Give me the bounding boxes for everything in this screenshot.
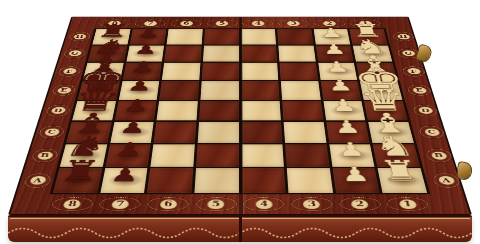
coord-right-D: D <box>412 105 439 117</box>
square-a6 <box>147 168 193 192</box>
coord-left-A: A <box>23 173 53 187</box>
piece-shadow <box>322 66 357 76</box>
coord-right-E: E <box>407 85 433 96</box>
coord-bottom-4: 4 <box>243 197 285 211</box>
square-d3 <box>282 101 323 121</box>
square-d5 <box>199 101 239 121</box>
coordinate-label: A <box>437 176 455 185</box>
coordinate-label: G <box>401 51 415 57</box>
coordinate-label: B <box>36 151 53 159</box>
coordinate-label: 8 <box>108 21 122 26</box>
square-a5 <box>194 168 238 192</box>
square-f3 <box>280 63 318 80</box>
square-c4 <box>241 122 282 143</box>
coordinate-label: D <box>418 107 434 114</box>
square-e6 <box>159 81 199 99</box>
front-edge-seam <box>239 217 242 242</box>
square-c5 <box>198 122 239 143</box>
square-g6 <box>164 45 201 61</box>
coord-right-F: F <box>401 66 426 76</box>
piece-shadow <box>317 32 350 41</box>
coordinate-label: 1 <box>358 21 372 26</box>
piece-shadow <box>123 85 160 95</box>
square-a4 <box>241 168 285 192</box>
piece-shadow <box>119 105 157 116</box>
square-e3 <box>281 81 321 99</box>
piece-shadow <box>327 105 365 116</box>
brass-clasp-lower <box>456 161 473 181</box>
coordinate-label: G <box>68 51 82 57</box>
coordinate-label: F <box>406 68 421 74</box>
square-e5 <box>200 81 238 99</box>
coordinate-label: 6 <box>159 199 177 209</box>
piece-shadow <box>357 49 392 58</box>
chess-board: 8765432187654321ABCDEFGHABCDEFGH ♜♞♝♚♛♝♞… <box>8 17 472 215</box>
coordinate-label: 5 <box>207 199 224 209</box>
piece-shadow <box>65 149 107 162</box>
piece-shadow <box>333 149 374 162</box>
coord-bottom-2: 2 <box>338 197 382 211</box>
coord-top-5: 5 <box>206 20 237 28</box>
piece-shadow <box>110 149 151 162</box>
square-b6 <box>151 144 195 167</box>
coord-left-G: G <box>63 49 87 59</box>
coord-bottom-7: 7 <box>98 197 142 211</box>
piece-shadow <box>71 126 111 138</box>
coord-left-F: F <box>57 66 82 76</box>
square-h4 <box>241 29 276 44</box>
piece-shadow <box>105 174 147 188</box>
coordinate-label: 3 <box>287 21 300 26</box>
coordinate-label: H <box>73 34 87 39</box>
piece-shadow <box>319 49 353 58</box>
coord-left-E: E <box>51 85 77 96</box>
coordinate-label: 4 <box>252 21 265 26</box>
square-b4 <box>241 144 284 167</box>
coordinate-label: F <box>62 68 77 74</box>
coord-right-C: C <box>418 126 446 138</box>
coord-top-6: 6 <box>170 20 202 28</box>
piece-shadow <box>126 66 161 76</box>
piece-shadow <box>92 49 127 58</box>
square-h3 <box>277 29 313 44</box>
square-c3 <box>284 122 327 143</box>
coord-left-D: D <box>45 105 72 117</box>
piece-shadow <box>114 126 153 138</box>
coord-top-1: 1 <box>349 20 382 28</box>
square-e4 <box>241 81 279 99</box>
square-g5 <box>203 45 239 61</box>
coord-bottom-5: 5 <box>195 197 237 211</box>
piece-shadow <box>324 85 361 95</box>
square-h5 <box>204 29 239 44</box>
board-front-edge <box>8 215 472 242</box>
coord-top-3: 3 <box>278 20 310 28</box>
coordinate-label: 3 <box>303 199 321 209</box>
coordinate-label: C <box>44 128 60 135</box>
chess-set-photo: 8765432187654321ABCDEFGHABCDEFGH ♜♞♝♚♛♝♞… <box>0 0 480 244</box>
square-f5 <box>202 63 239 80</box>
coordinate-label: 7 <box>111 199 129 209</box>
coordinate-label: 4 <box>255 199 272 209</box>
piece-shadow <box>377 149 419 162</box>
piece-shadow <box>330 126 369 138</box>
coord-top-8: 8 <box>98 20 131 28</box>
piece-shadow <box>133 32 166 41</box>
coord-bottom-8: 8 <box>50 197 95 211</box>
piece-shadow <box>82 85 119 95</box>
piece-shadow <box>373 126 413 138</box>
coord-bottom-3: 3 <box>291 197 334 211</box>
square-g4 <box>241 45 277 61</box>
coord-left-B: B <box>30 149 59 162</box>
square-f6 <box>162 63 200 80</box>
piece-shadow <box>383 174 426 188</box>
square-f4 <box>241 63 278 80</box>
coordinate-label: 2 <box>351 199 369 209</box>
coord-top-2: 2 <box>314 20 346 28</box>
square-g3 <box>278 45 315 61</box>
square-d4 <box>241 101 281 121</box>
coordinate-label: B <box>430 151 447 159</box>
square-a3 <box>287 168 333 192</box>
coord-right-B: B <box>425 149 454 162</box>
coord-left-C: C <box>38 126 66 138</box>
coord-left-H: H <box>68 32 91 41</box>
square-b5 <box>196 144 239 167</box>
square-d6 <box>157 101 198 121</box>
coordinate-label: 5 <box>216 21 229 26</box>
piece-shadow <box>58 174 101 188</box>
coordinate-label: A <box>29 176 47 185</box>
piece-shadow <box>96 32 130 41</box>
coordinate-label: D <box>50 107 66 114</box>
piece-shadow <box>87 66 123 76</box>
coordinate-label: E <box>412 87 427 93</box>
coordinate-label: 6 <box>180 21 193 26</box>
coordinate-label: E <box>56 87 71 93</box>
coord-top-7: 7 <box>134 20 166 28</box>
coord-right-H: H <box>392 32 415 41</box>
piece-shadow <box>353 32 387 41</box>
square-h6 <box>167 29 203 44</box>
coordinate-label: 8 <box>63 199 82 209</box>
piece-shadow <box>360 66 396 76</box>
piece-shadow <box>77 105 116 116</box>
piece-shadow <box>368 105 407 116</box>
piece-shadow <box>364 85 401 95</box>
coordinate-label: C <box>424 128 440 135</box>
piece-shadow <box>337 174 379 188</box>
coord-bottom-6: 6 <box>147 197 190 211</box>
coordinate-label: 1 <box>398 199 417 209</box>
coord-bottom-1: 1 <box>386 197 431 211</box>
square-c6 <box>154 122 197 143</box>
coordinate-label: 2 <box>323 21 336 26</box>
square-b3 <box>285 144 329 167</box>
piece-shadow <box>130 49 164 58</box>
coord-top-4: 4 <box>242 20 273 28</box>
coordinate-label: H <box>397 34 411 39</box>
coordinate-label: 7 <box>144 21 157 26</box>
